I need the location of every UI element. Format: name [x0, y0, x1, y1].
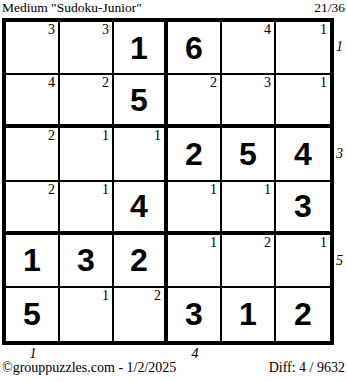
pencil-mark: 2 [210, 75, 217, 90]
row-label-1: 1 [336, 39, 347, 55]
given-digit: 3 [294, 190, 312, 222]
pencil-mark: 1 [320, 75, 327, 90]
cell-r3c3[interactable]: 1 [114, 128, 168, 181]
given-digit: 1 [239, 298, 257, 330]
puzzle-page: Medium "Sudoku-Junior" 21/36 33164142523… [0, 0, 347, 381]
row-label-5: 5 [336, 253, 347, 269]
cell-r3c2[interactable]: 1 [60, 128, 114, 181]
pencil-mark: 1 [102, 182, 109, 197]
pencil-mark: 2 [264, 235, 271, 250]
pencil-mark: 1 [210, 182, 217, 197]
cell-r1c5[interactable]: 4 [222, 22, 276, 75]
cell-r2c2[interactable]: 2 [60, 75, 114, 128]
cell-r3c1[interactable]: 2 [6, 128, 60, 181]
cell-r2c6[interactable]: 1 [276, 75, 330, 128]
pencil-mark: 1 [154, 128, 161, 143]
cell-r4c6[interactable]: 3 [276, 182, 330, 235]
given-digit: 3 [77, 244, 95, 276]
cell-r6c2[interactable]: 1 [60, 288, 114, 341]
header: Medium "Sudoku-Junior" 21/36 [2, 0, 345, 17]
pencil-mark: 3 [264, 75, 271, 90]
progress-counter: 21/36 [314, 0, 345, 16]
cell-r6c6[interactable]: 2 [276, 288, 330, 341]
cell-r2c1[interactable]: 4 [6, 75, 60, 128]
pencil-mark: 1 [102, 288, 109, 303]
cell-r5c1[interactable]: 1 [6, 235, 60, 288]
footer: ©grouppuzzles.com - 1/2/2025 Diff: 4 / 9… [2, 360, 345, 376]
cell-r6c5[interactable]: 1 [222, 288, 276, 341]
given-digit: 1 [130, 32, 148, 64]
pencil-mark: 2 [102, 75, 109, 90]
row-label-3: 3 [336, 146, 347, 162]
cell-r4c3[interactable]: 4 [114, 182, 168, 235]
difficulty-text: Diff: 4 / 9632 [269, 360, 345, 376]
cell-r1c1[interactable]: 3 [6, 22, 60, 75]
cell-r5c4[interactable]: 1 [168, 235, 222, 288]
pencil-mark: 1 [320, 22, 327, 37]
cell-r4c4[interactable]: 1 [168, 182, 222, 235]
given-digit: 4 [294, 138, 312, 170]
pencil-mark: 1 [102, 128, 109, 143]
cell-r3c6[interactable]: 4 [276, 128, 330, 181]
cell-r5c3[interactable]: 2 [114, 235, 168, 288]
pencil-mark: 1 [320, 235, 327, 250]
given-digit: 5 [130, 84, 148, 116]
given-digit: 2 [294, 298, 312, 330]
cell-r2c4[interactable]: 2 [168, 75, 222, 128]
given-digit: 1 [23, 244, 41, 276]
cell-r1c4[interactable]: 6 [168, 22, 222, 75]
pencil-mark: 4 [48, 75, 55, 90]
cell-r6c1[interactable]: 5 [6, 288, 60, 341]
pencil-mark: 3 [102, 22, 109, 37]
given-digit: 5 [23, 298, 41, 330]
pencil-mark: 2 [154, 288, 161, 303]
pencil-mark: 1 [210, 235, 217, 250]
pencil-mark: 1 [264, 182, 271, 197]
pencil-mark: 2 [48, 128, 55, 143]
pencil-mark: 2 [48, 182, 55, 197]
col-label-4: 4 [185, 346, 205, 361]
cell-r4c5[interactable]: 1 [222, 182, 276, 235]
cell-r2c3[interactable]: 5 [114, 75, 168, 128]
col-label-1: 1 [23, 346, 43, 361]
given-digit: 2 [185, 138, 203, 170]
given-digit: 5 [239, 138, 257, 170]
given-digit: 6 [185, 32, 203, 64]
given-digit: 4 [130, 190, 148, 222]
cell-r2c5[interactable]: 3 [222, 75, 276, 128]
cell-r1c6[interactable]: 1 [276, 22, 330, 75]
page-title: Medium "Sudoku-Junior" [2, 0, 142, 16]
cell-r5c5[interactable]: 2 [222, 235, 276, 288]
given-digit: 2 [130, 244, 148, 276]
cell-r3c5[interactable]: 5 [222, 128, 276, 181]
cell-r5c2[interactable]: 3 [60, 235, 114, 288]
copyright-text: ©grouppuzzles.com - 1/2/2025 [2, 360, 176, 376]
given-digit: 3 [185, 298, 203, 330]
sudoku-board: 331641425231211254214113132121512312 [2, 18, 334, 345]
pencil-mark: 4 [264, 22, 271, 37]
cell-r6c4[interactable]: 3 [168, 288, 222, 341]
pencil-mark: 3 [48, 22, 55, 37]
cell-r1c3[interactable]: 1 [114, 22, 168, 75]
cell-r6c3[interactable]: 2 [114, 288, 168, 341]
cell-r4c1[interactable]: 2 [6, 182, 60, 235]
cell-r3c4[interactable]: 2 [168, 128, 222, 181]
cell-r5c6[interactable]: 1 [276, 235, 330, 288]
cell-r1c2[interactable]: 3 [60, 22, 114, 75]
cell-r4c2[interactable]: 1 [60, 182, 114, 235]
